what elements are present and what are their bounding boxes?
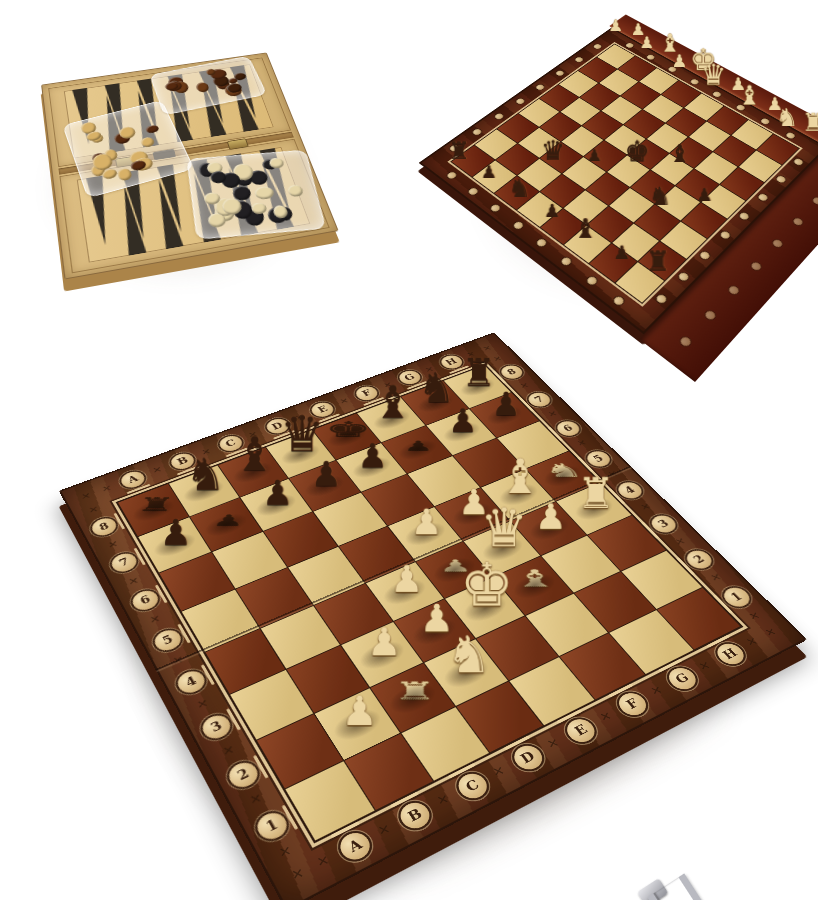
scroll-glyph: ✕ bbox=[107, 538, 119, 550]
open-box bbox=[41, 53, 339, 280]
folded-border-disc bbox=[555, 70, 565, 77]
light-pawn-glyph: ♟ bbox=[411, 505, 443, 540]
scroll-glyph: ✕ bbox=[149, 613, 162, 626]
file-label: H bbox=[712, 640, 749, 668]
scroll-glyph: ✕ bbox=[278, 843, 294, 861]
scroll-glyph: ✕ bbox=[221, 742, 235, 758]
folded-border-disc bbox=[775, 175, 787, 184]
folded-border-disc bbox=[489, 203, 501, 212]
folded-border-disc bbox=[757, 193, 769, 202]
bagged-piece bbox=[116, 167, 133, 181]
light-rook-glyph: ♜ bbox=[577, 472, 615, 514]
folded-border-disc bbox=[689, 78, 699, 85]
dark-pawn-glyph: ♟ bbox=[160, 515, 192, 551]
folded-border-disc bbox=[512, 220, 524, 230]
folded-square bbox=[757, 134, 799, 164]
main-board-photo: ♜♞♝♛♚♝♞♜♟♟♟♟♟♟♟♟♟♟♝♞♟♟♛♟♜♟♟♚♝♟♜♞88776655… bbox=[0, 260, 818, 900]
scroll-glyph: ✕ bbox=[101, 483, 112, 494]
base-border-disc bbox=[771, 238, 783, 248]
file-label: B bbox=[396, 798, 435, 833]
folded-border-disc bbox=[738, 211, 750, 220]
scroll-glyph: ✕ bbox=[315, 852, 331, 870]
scroll-glyph: ✕ bbox=[127, 575, 139, 587]
rank-label: 5 bbox=[151, 626, 184, 653]
dark-bishop-glyph: ♝ bbox=[233, 431, 275, 478]
light-king-glyph: ♚ bbox=[460, 554, 514, 614]
dark-queen-glyph: ♛ bbox=[541, 137, 565, 164]
scroll-glyph: ✕ bbox=[196, 697, 210, 712]
folded-border-disc bbox=[472, 128, 483, 136]
main-board-top: ♜♞♝♛♚♝♞♜♟♟♟♟♟♟♟♟♟♟♝♞♟♟♛♟♜♟♟♚♝♟♜♞88776655… bbox=[59, 332, 808, 900]
main-chess-board: ♜♞♝♛♚♝♞♜♟♟♟♟♟♟♟♟♟♟♝♞♟♟♛♟♜♟♟♚♝♟♜♞88776655… bbox=[59, 332, 808, 900]
scroll-glyph: ✕ bbox=[638, 501, 652, 512]
rank-label: 6 bbox=[129, 587, 161, 613]
dark-knight-glyph: ♞ bbox=[185, 452, 225, 497]
folded-border-disc bbox=[625, 42, 635, 48]
scroll-glyph: ✕ bbox=[648, 684, 664, 699]
folded-border-disc bbox=[793, 158, 804, 166]
file-label: D bbox=[509, 742, 547, 774]
metal-clasp bbox=[631, 856, 735, 900]
dark-pawn-glyph: ♟ bbox=[358, 440, 388, 473]
scroll-glyph: ✕ bbox=[88, 504, 99, 515]
file-label: A bbox=[336, 828, 376, 864]
scroll-glyph: ✕ bbox=[744, 635, 761, 649]
rank-label: 3 bbox=[199, 712, 235, 743]
scroll-glyph: ✕ bbox=[746, 610, 762, 623]
file-label: C bbox=[453, 770, 492, 803]
folded-border-disc bbox=[646, 54, 656, 61]
dark-pawn-glyph: ♟ bbox=[492, 388, 521, 420]
file-label: E bbox=[562, 715, 600, 746]
bagged-piece bbox=[195, 81, 211, 93]
folded-border-disc bbox=[515, 98, 526, 105]
dark-king-glyph: ♚ bbox=[624, 138, 649, 166]
dark-pawn-glyph: ♟ bbox=[449, 405, 478, 438]
light-pawn-glyph: ♟ bbox=[390, 561, 423, 598]
light-rook-glyph: ♜ bbox=[393, 679, 437, 703]
light-knight-glyph: ♞ bbox=[445, 629, 491, 680]
folded-border-disc bbox=[574, 56, 584, 63]
light-rook-glyph: ♜ bbox=[802, 110, 818, 135]
rank-label: 7 bbox=[109, 551, 140, 575]
light-pawn-glyph: ♟ bbox=[535, 499, 567, 534]
folded-border-disc bbox=[667, 66, 677, 73]
scroll-glyph: ✕ bbox=[545, 736, 561, 752]
scroll-glyph: ✕ bbox=[575, 438, 588, 448]
scroll-glyph: ✕ bbox=[672, 535, 687, 547]
square-a6 bbox=[159, 552, 234, 610]
folded-border-disc bbox=[719, 230, 731, 240]
scroll-glyph: ✕ bbox=[338, 396, 350, 405]
dark-pawn-glyph: ♟ bbox=[212, 513, 245, 528]
base-border-disc bbox=[792, 217, 804, 227]
light-bishop-glyph: ♝ bbox=[499, 453, 542, 501]
scroll-glyph: ✕ bbox=[597, 709, 613, 724]
folded-border-disc bbox=[494, 113, 505, 121]
light-pawn-glyph: ♟ bbox=[341, 691, 377, 732]
folded-border-disc bbox=[446, 171, 458, 180]
rank-label: 8 bbox=[89, 516, 119, 539]
scroll-glyph: ✕ bbox=[762, 626, 779, 639]
dark-rook-glyph: ♜ bbox=[135, 496, 176, 514]
scroll-glyph: ✕ bbox=[376, 821, 392, 838]
scroll-glyph: ✕ bbox=[248, 791, 263, 808]
scroll-glyph: ✕ bbox=[80, 491, 91, 502]
light-bishop-glyph: ♝ bbox=[738, 83, 762, 109]
folded-border-disc bbox=[760, 118, 771, 126]
rank-label: 8 bbox=[498, 363, 527, 381]
scroll-glyph: ✕ bbox=[708, 571, 724, 583]
folded-border-disc bbox=[536, 238, 548, 248]
folded-border-disc bbox=[535, 84, 545, 91]
light-queen-glyph: ♛ bbox=[480, 501, 528, 555]
file-label: F bbox=[614, 689, 652, 719]
folded-border-disc bbox=[467, 187, 479, 196]
folded-square bbox=[562, 157, 605, 189]
folded-border-disc bbox=[712, 91, 722, 98]
dark-pawn-glyph: ♟ bbox=[311, 458, 341, 492]
dark-bishop-glyph: ♝ bbox=[373, 380, 413, 425]
scroll-glyph: ✕ bbox=[151, 465, 162, 475]
folded-border-disc bbox=[785, 131, 796, 139]
scroll-glyph: ✕ bbox=[434, 792, 450, 809]
scroll-glyph: ✕ bbox=[697, 659, 714, 673]
dark-pawn-glyph: ♟ bbox=[262, 476, 293, 511]
bagged-piece bbox=[225, 82, 243, 94]
rank-label: 4 bbox=[174, 668, 209, 697]
scroll-glyph: ✕ bbox=[546, 409, 559, 418]
light-pawn-glyph: ♟ bbox=[367, 623, 402, 662]
scroll-glyph: ✕ bbox=[491, 763, 507, 779]
light-bishop-glyph: ♝ bbox=[512, 567, 560, 590]
scroll-glyph: ✕ bbox=[290, 865, 306, 883]
file-label: G bbox=[664, 664, 701, 693]
folded-square bbox=[739, 150, 781, 181]
bagged-piece bbox=[145, 124, 160, 134]
dark-pawn-glyph: ♟ bbox=[404, 439, 434, 453]
dark-queen-glyph: ♛ bbox=[280, 410, 325, 460]
folded-border-disc bbox=[592, 44, 602, 50]
base-border-disc bbox=[812, 196, 818, 205]
light-queen-glyph: ♛ bbox=[701, 61, 727, 90]
